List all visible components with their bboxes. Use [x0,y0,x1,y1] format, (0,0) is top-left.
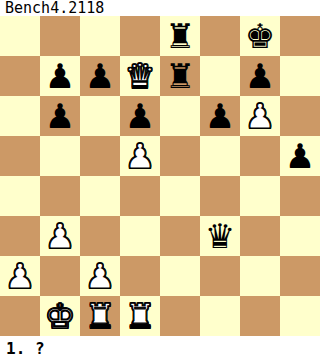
square-f6[interactable]: ♟ [200,96,240,136]
square-b8[interactable] [40,16,80,56]
black-king: ♚ [245,16,275,56]
square-g7[interactable]: ♟ [240,56,280,96]
square-a8[interactable] [0,16,40,56]
square-c4[interactable] [80,176,120,216]
square-h3[interactable] [280,216,320,256]
square-a5[interactable] [0,136,40,176]
square-d5[interactable]: ♟ [120,136,160,176]
square-h5[interactable]: ♟ [280,136,320,176]
square-d7[interactable]: ♛ [120,56,160,96]
square-g5[interactable] [240,136,280,176]
square-e4[interactable] [160,176,200,216]
black-pawn: ♟ [245,56,275,96]
black-pawn: ♟ [125,96,155,136]
square-e8[interactable]: ♜ [160,16,200,56]
square-g6[interactable]: ♟ [240,96,280,136]
black-pawn: ♟ [45,56,75,96]
square-f1[interactable] [200,296,240,336]
square-b7[interactable]: ♟ [40,56,80,96]
square-g1[interactable] [240,296,280,336]
square-d1[interactable]: ♜ [120,296,160,336]
square-h1[interactable] [280,296,320,336]
white-pawn: ♟ [85,256,115,296]
white-rook: ♜ [125,296,155,336]
square-d8[interactable] [120,16,160,56]
square-g2[interactable] [240,256,280,296]
square-b3[interactable]: ♟ [40,216,80,256]
white-pawn: ♟ [45,216,75,256]
black-pawn: ♟ [285,136,315,176]
black-pawn: ♟ [205,96,235,136]
square-f2[interactable] [200,256,240,296]
square-a1[interactable] [0,296,40,336]
white-pawn: ♟ [5,256,35,296]
square-a4[interactable] [0,176,40,216]
square-d4[interactable] [120,176,160,216]
square-a6[interactable] [0,96,40,136]
square-a3[interactable] [0,216,40,256]
square-f3[interactable]: ♛ [200,216,240,256]
square-b5[interactable] [40,136,80,176]
square-f4[interactable] [200,176,240,216]
square-e3[interactable] [160,216,200,256]
square-c5[interactable] [80,136,120,176]
square-e7[interactable]: ♜ [160,56,200,96]
black-rook: ♜ [165,16,195,56]
square-a2[interactable]: ♟ [0,256,40,296]
square-b2[interactable] [40,256,80,296]
square-f8[interactable] [200,16,240,56]
chess-board: ♜♚♟♟♛♜♟♟♟♟♟♟♟♟♛♟♟♚♜♜ [0,16,320,336]
white-pawn: ♟ [125,136,155,176]
square-c3[interactable] [80,216,120,256]
square-d6[interactable]: ♟ [120,96,160,136]
square-g4[interactable] [240,176,280,216]
white-pawn: ♟ [245,96,275,136]
square-h6[interactable] [280,96,320,136]
square-h8[interactable] [280,16,320,56]
white-rook: ♜ [85,296,115,336]
square-h7[interactable] [280,56,320,96]
square-c2[interactable]: ♟ [80,256,120,296]
square-h4[interactable] [280,176,320,216]
square-f7[interactable] [200,56,240,96]
square-h2[interactable] [280,256,320,296]
square-a7[interactable] [0,56,40,96]
white-king: ♚ [45,296,75,336]
square-c8[interactable] [80,16,120,56]
square-f5[interactable] [200,136,240,176]
square-e5[interactable] [160,136,200,176]
square-b6[interactable]: ♟ [40,96,80,136]
square-e6[interactable] [160,96,200,136]
black-pawn: ♟ [45,96,75,136]
square-c6[interactable] [80,96,120,136]
black-pawn: ♟ [85,56,115,96]
square-c7[interactable]: ♟ [80,56,120,96]
white-queen: ♛ [125,56,155,96]
chess-app-window: Bench4.2118 ♜♚♟♟♛♜♟♟♟♟♟♟♟♟♛♟♟♚♜♜ 1. ? [0,0,320,360]
square-e1[interactable] [160,296,200,336]
square-g8[interactable]: ♚ [240,16,280,56]
black-queen: ♛ [205,216,235,256]
square-c1[interactable]: ♜ [80,296,120,336]
square-g3[interactable] [240,216,280,256]
square-b4[interactable] [40,176,80,216]
window-title: Bench4.2118 [5,0,104,16]
square-d2[interactable] [120,256,160,296]
square-b1[interactable]: ♚ [40,296,80,336]
move-prompt: 1. ? [6,337,45,360]
square-e2[interactable] [160,256,200,296]
square-d3[interactable] [120,216,160,256]
black-rook: ♜ [165,56,195,96]
